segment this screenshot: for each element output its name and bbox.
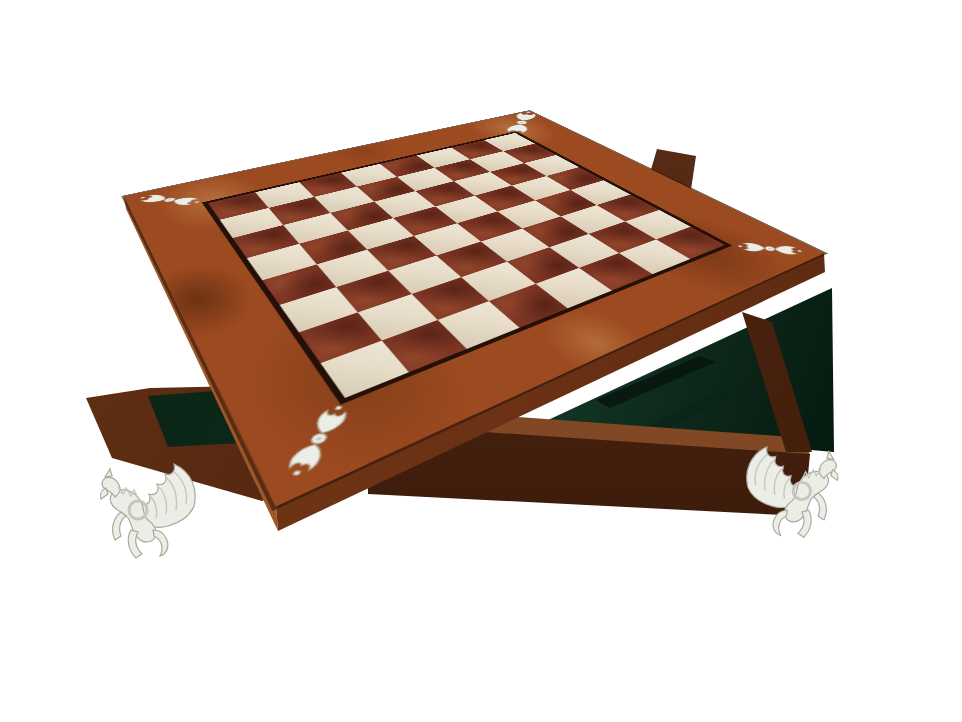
filigree-icon (737, 238, 804, 259)
filigree-icon (496, 110, 545, 135)
chess-board (124, 111, 824, 507)
pegasus-icon (88, 458, 198, 562)
board-field (208, 133, 725, 398)
filigree-ornament-far (496, 110, 545, 135)
product-photo-stage (0, 0, 962, 722)
pegasus-icon (744, 442, 850, 540)
filigree-ornament-near (270, 403, 362, 478)
filigree-ornament-right (737, 238, 804, 259)
filigree-icon (130, 191, 209, 209)
filigree-icon (270, 403, 362, 478)
filigree-ornament-left (130, 191, 209, 209)
pegasus-leg-right (744, 442, 850, 540)
pegasus-leg-left (88, 458, 198, 562)
